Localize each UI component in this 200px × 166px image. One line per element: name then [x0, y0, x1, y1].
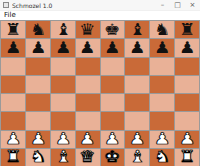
- square-g3[interactable]: [150, 112, 174, 129]
- square-f6[interactable]: [125, 58, 149, 75]
- minimize-button[interactable]: –: [155, 0, 170, 10]
- app-icon: [3, 2, 9, 8]
- square-d8[interactable]: ♛: [76, 21, 100, 38]
- white-pawn-piece: ♟: [54, 131, 70, 147]
- square-f3[interactable]: [125, 112, 149, 129]
- square-f2[interactable]: ♟: [125, 131, 149, 148]
- black-pawn-piece: ♟: [30, 40, 46, 56]
- square-g5[interactable]: [150, 76, 174, 93]
- square-f5[interactable]: [125, 76, 149, 93]
- square-c8[interactable]: ♝: [51, 21, 75, 38]
- square-c7[interactable]: ♟: [51, 39, 75, 56]
- square-e4[interactable]: [101, 94, 125, 111]
- black-rook-piece: ♜: [5, 22, 21, 38]
- square-h3[interactable]: [175, 112, 199, 129]
- square-a7[interactable]: ♟: [1, 39, 25, 56]
- square-a4[interactable]: [1, 94, 25, 111]
- white-knight-piece: ♞: [30, 149, 46, 165]
- square-g2[interactable]: ♟: [150, 131, 174, 148]
- menu-item-file[interactable]: File: [0, 12, 20, 19]
- square-d2[interactable]: ♟: [76, 131, 100, 148]
- white-queen-piece: ♛: [79, 149, 95, 165]
- square-g4[interactable]: [150, 94, 174, 111]
- square-b5[interactable]: [26, 76, 50, 93]
- black-pawn-piece: ♟: [129, 40, 145, 56]
- app-window: Schmozel 1.0 – □ × File ♜♞♝♛♚♝♞♜♟♟♟♟♟♟♟♟…: [0, 0, 200, 166]
- white-bishop-piece: ♝: [129, 149, 145, 165]
- square-a5[interactable]: [1, 76, 25, 93]
- square-d6[interactable]: [76, 58, 100, 75]
- square-d5[interactable]: [76, 76, 100, 93]
- square-a6[interactable]: [1, 58, 25, 75]
- black-pawn-piece: ♟: [54, 40, 70, 56]
- square-c1[interactable]: ♝: [51, 149, 75, 166]
- square-b3[interactable]: [26, 112, 50, 129]
- square-f8[interactable]: ♝: [125, 21, 149, 38]
- black-knight-piece: ♞: [30, 22, 46, 38]
- square-c6[interactable]: [51, 58, 75, 75]
- black-bishop-piece: ♝: [129, 22, 145, 38]
- square-g6[interactable]: [150, 58, 174, 75]
- square-g7[interactable]: ♟: [150, 39, 174, 56]
- square-e1[interactable]: ♚: [101, 149, 125, 166]
- white-pawn-piece: ♟: [129, 131, 145, 147]
- black-pawn-piece: ♟: [5, 40, 21, 56]
- square-b7[interactable]: ♟: [26, 39, 50, 56]
- square-c5[interactable]: [51, 76, 75, 93]
- white-pawn-piece: ♟: [154, 131, 170, 147]
- square-e8[interactable]: ♚: [101, 21, 125, 38]
- square-b6[interactable]: [26, 58, 50, 75]
- black-rook-piece: ♜: [179, 22, 195, 38]
- square-h5[interactable]: [175, 76, 199, 93]
- black-pawn-piece: ♟: [179, 40, 195, 56]
- square-f4[interactable]: [125, 94, 149, 111]
- black-queen-piece: ♛: [79, 22, 95, 38]
- square-h8[interactable]: ♜: [175, 21, 199, 38]
- white-rook-piece: ♜: [5, 149, 21, 165]
- square-h1[interactable]: ♜: [175, 149, 199, 166]
- square-e5[interactable]: [101, 76, 125, 93]
- square-a2[interactable]: ♟: [1, 131, 25, 148]
- square-h2[interactable]: ♟: [175, 131, 199, 148]
- square-b4[interactable]: [26, 94, 50, 111]
- square-a1[interactable]: ♜: [1, 149, 25, 166]
- square-f7[interactable]: ♟: [125, 39, 149, 56]
- chess-board: ♜♞♝♛♚♝♞♜♟♟♟♟♟♟♟♟♟♟♟♟♟♟♟♟♜♞♝♛♚♝♞♜: [0, 20, 200, 166]
- white-pawn-piece: ♟: [104, 131, 120, 147]
- square-g1[interactable]: ♞: [150, 149, 174, 166]
- square-e6[interactable]: [101, 58, 125, 75]
- square-e2[interactable]: ♟: [101, 131, 125, 148]
- square-a8[interactable]: ♜: [1, 21, 25, 38]
- black-bishop-piece: ♝: [54, 22, 70, 38]
- maximize-button[interactable]: □: [170, 0, 185, 10]
- square-h7[interactable]: ♟: [175, 39, 199, 56]
- square-c4[interactable]: [51, 94, 75, 111]
- title-bar: Schmozel 1.0 – □ ×: [0, 0, 200, 11]
- white-pawn-piece: ♟: [5, 131, 21, 147]
- square-b2[interactable]: ♟: [26, 131, 50, 148]
- white-pawn-piece: ♟: [179, 131, 195, 147]
- square-d4[interactable]: [76, 94, 100, 111]
- white-pawn-piece: ♟: [79, 131, 95, 147]
- black-pawn-piece: ♟: [104, 40, 120, 56]
- white-knight-piece: ♞: [154, 149, 170, 165]
- square-e3[interactable]: [101, 112, 125, 129]
- square-d1[interactable]: ♛: [76, 149, 100, 166]
- square-g8[interactable]: ♞: [150, 21, 174, 38]
- square-d3[interactable]: [76, 112, 100, 129]
- square-b1[interactable]: ♞: [26, 149, 50, 166]
- white-king-piece: ♚: [104, 149, 120, 165]
- black-pawn-piece: ♟: [154, 40, 170, 56]
- white-pawn-piece: ♟: [30, 131, 46, 147]
- white-bishop-piece: ♝: [54, 149, 70, 165]
- close-button[interactable]: ×: [185, 0, 200, 10]
- black-king-piece: ♚: [104, 22, 120, 38]
- square-a3[interactable]: [1, 112, 25, 129]
- square-f1[interactable]: ♝: [125, 149, 149, 166]
- black-knight-piece: ♞: [154, 22, 170, 38]
- square-b8[interactable]: ♞: [26, 21, 50, 38]
- square-h4[interactable]: [175, 94, 199, 111]
- white-rook-piece: ♜: [179, 149, 195, 165]
- square-c3[interactable]: [51, 112, 75, 129]
- window-controls: – □ ×: [155, 0, 200, 10]
- window-title: Schmozel 1.0: [12, 2, 155, 9]
- square-h6[interactable]: [175, 58, 199, 75]
- black-pawn-piece: ♟: [79, 40, 95, 56]
- square-d7[interactable]: ♟: [76, 39, 100, 56]
- square-e7[interactable]: ♟: [101, 39, 125, 56]
- square-c2[interactable]: ♟: [51, 131, 75, 148]
